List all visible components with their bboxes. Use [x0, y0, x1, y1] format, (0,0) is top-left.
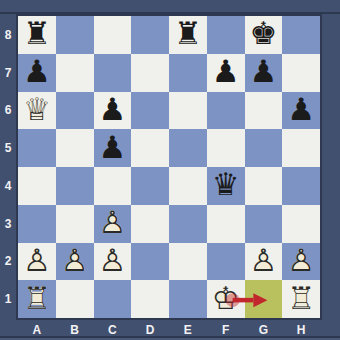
file-label-D: D — [131, 322, 169, 338]
square-d4[interactable] — [131, 167, 169, 205]
piece-black-K-g8: ♚ — [245, 16, 283, 54]
square-g4[interactable] — [245, 167, 283, 205]
square-g1[interactable] — [245, 280, 283, 318]
square-b6[interactable] — [56, 92, 94, 130]
piece-white-K-f1: ♚♔ — [207, 280, 245, 318]
square-d7[interactable] — [131, 54, 169, 92]
piece-black-R-e8: ♜ — [169, 16, 207, 54]
square-h4[interactable] — [282, 167, 320, 205]
square-f7[interactable]: ♟ — [207, 54, 245, 92]
square-h6[interactable]: ♟ — [282, 92, 320, 130]
square-h1[interactable]: ♜♖ — [282, 280, 320, 318]
piece-white-P-h2: ♟♙ — [282, 243, 320, 281]
file-labels: ABCDEFGH — [18, 322, 320, 338]
piece-white-R-h1: ♜♖ — [282, 280, 320, 318]
square-f5[interactable] — [207, 129, 245, 167]
piece-white-P-b2: ♟♙ — [56, 243, 94, 281]
square-e6[interactable] — [169, 92, 207, 130]
square-b1[interactable] — [56, 280, 94, 318]
square-a6[interactable]: ♛♕ — [18, 92, 56, 130]
square-a1[interactable]: ♜♖ — [18, 280, 56, 318]
file-label-E: E — [169, 322, 207, 338]
square-c7[interactable] — [94, 54, 132, 92]
rank-label-4: 4 — [0, 167, 16, 205]
piece-white-P-c2: ♟♙ — [94, 243, 132, 281]
square-c2[interactable]: ♟♙ — [94, 243, 132, 281]
square-d2[interactable] — [131, 243, 169, 281]
square-d1[interactable] — [131, 280, 169, 318]
square-a3[interactable] — [18, 205, 56, 243]
square-f2[interactable] — [207, 243, 245, 281]
square-e5[interactable] — [169, 129, 207, 167]
square-g7[interactable]: ♟ — [245, 54, 283, 92]
square-b7[interactable] — [56, 54, 94, 92]
square-e3[interactable] — [169, 205, 207, 243]
rank-label-2: 2 — [0, 243, 16, 281]
square-c3[interactable]: ♟♙ — [94, 205, 132, 243]
piece-black-P-a7: ♟ — [18, 54, 56, 92]
square-e8[interactable]: ♜ — [169, 16, 207, 54]
piece-black-P-g7: ♟ — [245, 54, 283, 92]
piece-black-P-h6: ♟ — [282, 92, 320, 130]
square-a5[interactable] — [18, 129, 56, 167]
rank-label-1: 1 — [0, 280, 16, 318]
square-d3[interactable] — [131, 205, 169, 243]
square-b4[interactable] — [56, 167, 94, 205]
square-c5[interactable]: ♟ — [94, 129, 132, 167]
rank-labels: 87654321 — [0, 16, 16, 318]
square-h5[interactable] — [282, 129, 320, 167]
piece-white-R-a1: ♜♖ — [18, 280, 56, 318]
rank-label-5: 5 — [0, 129, 16, 167]
square-a8[interactable]: ♜ — [18, 16, 56, 54]
square-e4[interactable] — [169, 167, 207, 205]
square-g3[interactable] — [245, 205, 283, 243]
square-h2[interactable]: ♟♙ — [282, 243, 320, 281]
file-label-G: G — [245, 322, 283, 338]
file-label-H: H — [282, 322, 320, 338]
square-c6[interactable]: ♟ — [94, 92, 132, 130]
square-a2[interactable]: ♟♙ — [18, 243, 56, 281]
square-g8[interactable]: ♚ — [245, 16, 283, 54]
file-label-C: C — [94, 322, 132, 338]
piece-white-P-c3: ♟♙ — [94, 205, 132, 243]
rank-label-7: 7 — [0, 54, 16, 92]
square-f6[interactable] — [207, 92, 245, 130]
square-g6[interactable] — [245, 92, 283, 130]
piece-white-P-g2: ♟♙ — [245, 243, 283, 281]
square-d8[interactable] — [131, 16, 169, 54]
square-f4[interactable]: ♛ — [207, 167, 245, 205]
square-c4[interactable] — [94, 167, 132, 205]
square-h7[interactable] — [282, 54, 320, 92]
square-e7[interactable] — [169, 54, 207, 92]
piece-black-P-c5: ♟ — [94, 129, 132, 167]
file-label-F: F — [207, 322, 245, 338]
square-d6[interactable] — [131, 92, 169, 130]
square-a7[interactable]: ♟ — [18, 54, 56, 92]
square-c1[interactable] — [94, 280, 132, 318]
square-b8[interactable] — [56, 16, 94, 54]
piece-black-Q-f4: ♛ — [207, 167, 245, 205]
square-f8[interactable] — [207, 16, 245, 54]
square-g5[interactable] — [245, 129, 283, 167]
square-h8[interactable] — [282, 16, 320, 54]
square-f3[interactable] — [207, 205, 245, 243]
square-e2[interactable] — [169, 243, 207, 281]
square-h3[interactable] — [282, 205, 320, 243]
square-g2[interactable]: ♟♙ — [245, 243, 283, 281]
piece-black-P-c6: ♟ — [94, 92, 132, 130]
rank-label-6: 6 — [0, 92, 16, 130]
square-e1[interactable] — [169, 280, 207, 318]
piece-white-P-a2: ♟♙ — [18, 243, 56, 281]
piece-black-P-f7: ♟ — [207, 54, 245, 92]
chess-board: ♜♜♚♟♟♟♛♕♟♟♟♛♟♙♟♙♟♙♟♙♟♙♟♙♜♖♚♔♜♖ — [16, 14, 322, 320]
square-d5[interactable] — [131, 129, 169, 167]
file-label-B: B — [56, 322, 94, 338]
rank-label-3: 3 — [0, 205, 16, 243]
piece-white-Q-a6: ♛♕ — [18, 92, 56, 130]
square-f1[interactable]: ♚♔ — [207, 280, 245, 318]
file-label-A: A — [18, 322, 56, 338]
square-b2[interactable]: ♟♙ — [56, 243, 94, 281]
square-a4[interactable] — [18, 167, 56, 205]
piece-black-R-a8: ♜ — [18, 16, 56, 54]
square-b3[interactable] — [56, 205, 94, 243]
rank-label-8: 8 — [0, 16, 16, 54]
square-b5[interactable] — [56, 129, 94, 167]
square-c8[interactable] — [94, 16, 132, 54]
